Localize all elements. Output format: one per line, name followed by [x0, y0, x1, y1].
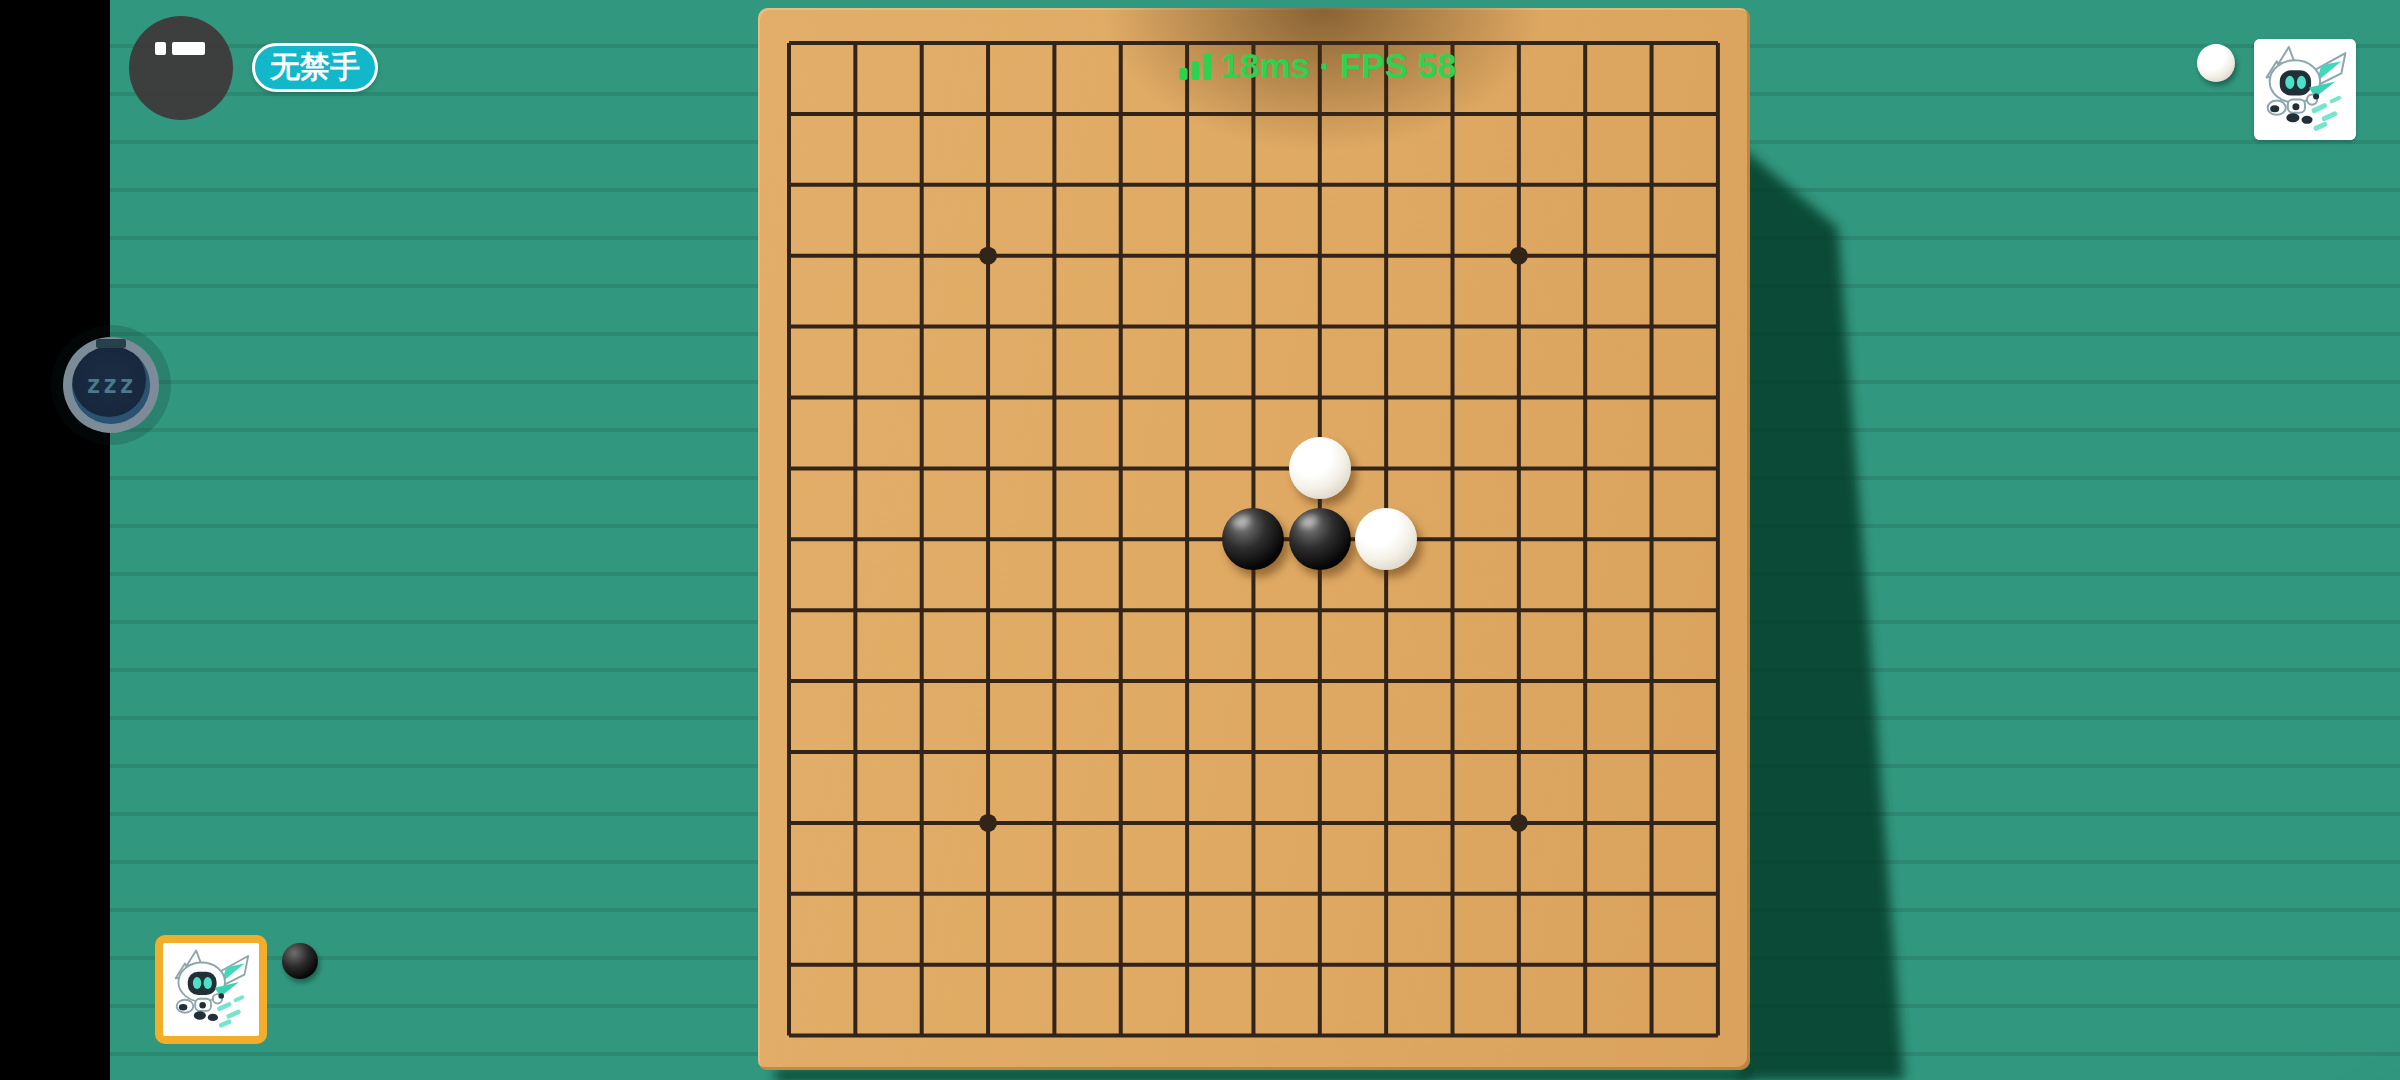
- ping-value: 18ms: [1221, 46, 1311, 86]
- hamburger-menu-icon: [155, 42, 205, 62]
- stone-white-I9: [1289, 437, 1351, 499]
- gomoku-board[interactable]: 18ms · FPS 58: [758, 8, 1750, 1070]
- stone-black-I8: [1289, 508, 1351, 570]
- sleep-button-notch: [96, 339, 126, 348]
- stone-white-J8: [1355, 508, 1417, 570]
- rule-badge: 无禁手: [252, 43, 378, 92]
- rule-badge-label: 无禁手: [270, 47, 360, 88]
- signal-bars-icon: [1180, 53, 1212, 80]
- robot-mascot-icon: [163, 943, 259, 1036]
- left-letterbox-bar: [0, 0, 110, 1080]
- opponent-avatar[interactable]: [2254, 39, 2356, 140]
- robot-mascot-icon: [2254, 39, 2356, 140]
- player-avatar[interactable]: [155, 935, 267, 1044]
- fps-value: FPS 58: [1340, 46, 1457, 86]
- sleep-button[interactable]: zzz: [63, 337, 159, 433]
- opponent-color-stone-white: [2197, 44, 2235, 82]
- perf-separator: ·: [1319, 46, 1331, 86]
- zzz-label: zzz: [86, 373, 135, 397]
- player-color-stone-black: [282, 943, 318, 979]
- menu-button[interactable]: [129, 16, 233, 120]
- game-screen: 18ms · FPS 58 无禁手 zzz: [0, 0, 2400, 1080]
- performance-overlay: 18ms · FPS 58: [1180, 46, 1457, 86]
